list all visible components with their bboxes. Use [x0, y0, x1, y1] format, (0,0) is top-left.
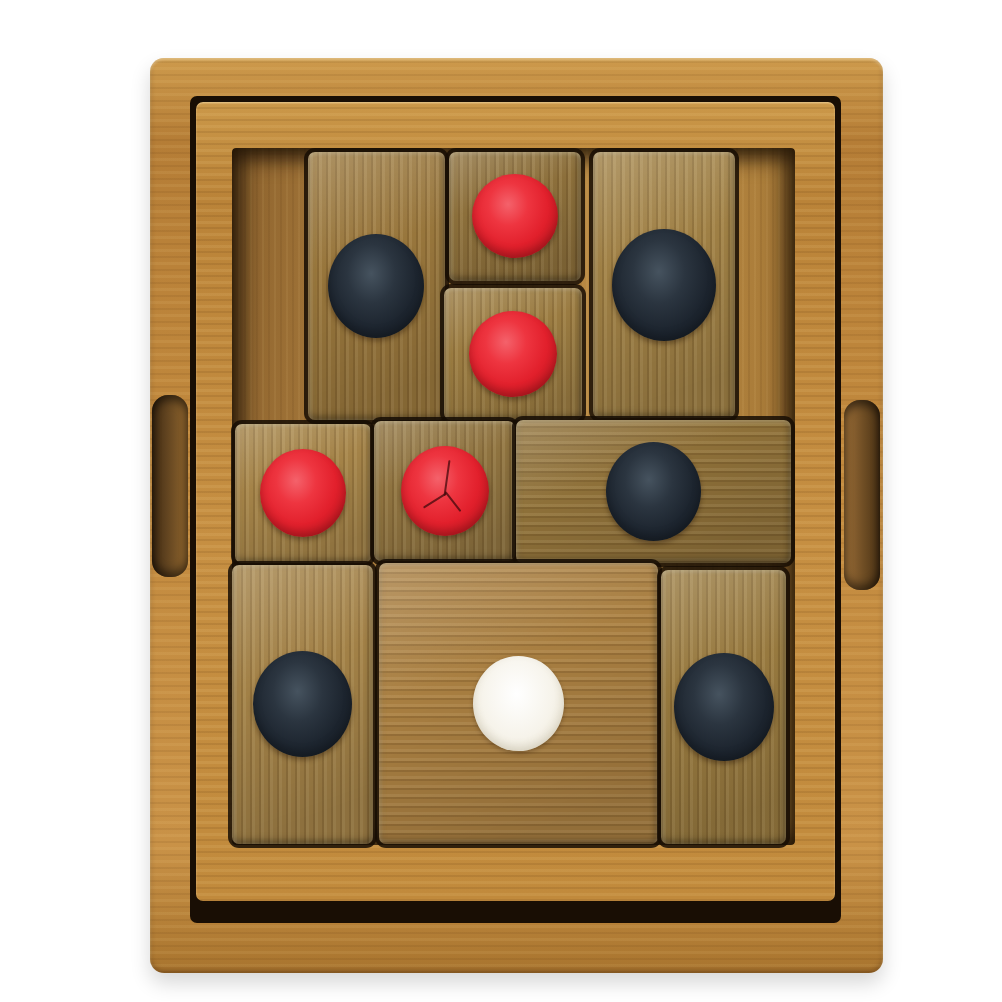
product-photo — [0, 0, 1002, 1002]
piece-MH-horizontal-2x1-black-dot[interactable] — [516, 420, 791, 563]
black-dot-marker — [612, 229, 716, 341]
piece-BB-big-2x2-white-dot[interactable] — [379, 563, 658, 844]
finger-notch-left — [152, 395, 188, 577]
finger-notch-right — [844, 400, 880, 590]
paint-crack — [444, 491, 461, 512]
red-dot-marker — [401, 446, 489, 536]
piece-MS1-small-1x1-red-dot[interactable] — [235, 424, 372, 563]
black-dot-marker — [253, 651, 352, 757]
red-dot-marker — [260, 449, 346, 537]
white-dot-marker — [473, 656, 564, 751]
piece-TS1-small-1x1-red-dot[interactable] — [449, 152, 581, 281]
black-dot-marker — [328, 234, 424, 338]
red-dot-marker — [469, 311, 557, 397]
puzzle-box — [150, 58, 883, 973]
puzzle-board — [232, 148, 795, 845]
piece-MS2-small-1x1-red-dot[interactable] — [374, 421, 515, 561]
piece-BV2-vertical-1x2-black-dot[interactable] — [661, 570, 786, 844]
black-dot-marker — [674, 653, 774, 761]
puzzle-tray — [196, 102, 835, 901]
piece-TV2-vertical-1x2-black-dot[interactable] — [593, 152, 735, 418]
black-dot-marker — [606, 442, 701, 541]
piece-TS2-small-1x1-red-dot[interactable] — [444, 288, 581, 420]
red-dot-marker — [472, 174, 558, 258]
piece-TV-vertical-1x2-black-dot[interactable] — [308, 152, 445, 420]
paint-crack — [423, 493, 447, 509]
piece-BV1-vertical-1x2-black-dot[interactable] — [232, 565, 373, 844]
